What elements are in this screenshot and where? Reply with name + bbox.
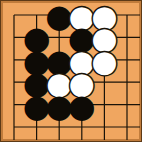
intersection-r5c6[interactable]	[116, 93, 139, 115]
intersection-r5c4[interactable]: ●	[70, 93, 93, 115]
intersection-r5c5[interactable]	[93, 93, 116, 115]
intersection-r2c6[interactable]	[116, 26, 139, 48]
board-intersection-grid: ●●●●●●●●●●●●●●●●	[3, 4, 139, 138]
intersection-r6c6[interactable]	[116, 116, 139, 138]
intersection-r3c5[interactable]: ●	[93, 49, 116, 71]
black-stone: ●	[68, 90, 96, 122]
intersection-r6c5[interactable]	[93, 116, 116, 138]
intersection-r4c6[interactable]	[116, 71, 139, 93]
intersection-r3c6[interactable]	[116, 49, 139, 71]
go-board: ●●●●●●●●●●●●●●●●	[0, 0, 142, 142]
intersection-r1c6[interactable]	[116, 4, 139, 26]
